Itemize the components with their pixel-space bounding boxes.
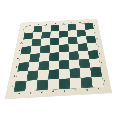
square-c1 xyxy=(36,79,48,90)
coordinate-label-b: b xyxy=(24,90,36,97)
square-h1 xyxy=(91,76,104,87)
photo-scene: abcdefgh abcdefgh 87654321 87654321 xyxy=(0,0,120,120)
coordinate-label-d: d xyxy=(47,89,59,96)
coordinate-label-e: e xyxy=(59,89,71,96)
square-f1 xyxy=(70,78,82,89)
coordinate-label-g: g xyxy=(81,87,93,94)
chess-board: abcdefgh abcdefgh 87654321 87654321 xyxy=(5,19,112,99)
square-d1 xyxy=(48,79,59,90)
coordinate-label-h: h xyxy=(93,87,105,94)
square-e1 xyxy=(59,78,70,89)
coordinate-label-f: f xyxy=(70,88,82,95)
board-grid xyxy=(14,23,104,92)
coordinate-label-c: c xyxy=(36,90,48,97)
